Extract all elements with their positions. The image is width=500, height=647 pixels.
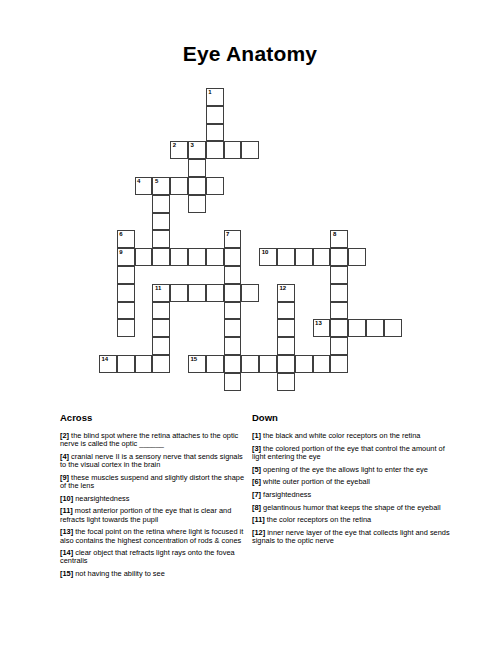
grid-cell[interactable]: 3 xyxy=(188,141,206,159)
grid-cell[interactable] xyxy=(277,319,295,337)
grid-cell[interactable] xyxy=(295,355,313,373)
clue-item: [13] the focal point on the retina where… xyxy=(60,528,248,544)
grid-cell[interactable] xyxy=(348,319,366,337)
crossword-grid: 123456789101112131415 xyxy=(99,88,404,393)
grid-cell[interactable]: 2 xyxy=(170,141,188,159)
grid-cell[interactable] xyxy=(330,248,348,266)
grid-cell[interactable] xyxy=(330,284,348,302)
grid-cell[interactable] xyxy=(224,337,242,355)
grid-cell[interactable] xyxy=(170,248,188,266)
grid-cell[interactable] xyxy=(152,302,170,320)
grid-cell[interactable] xyxy=(241,284,259,302)
grid-cell[interactable] xyxy=(152,248,170,266)
down-clues-section: Down [1] the black and white color recep… xyxy=(252,412,451,550)
clue-number: [10] xyxy=(60,494,75,503)
clue-number: [5] xyxy=(252,465,263,474)
crossword-page: Eye Anatomy 123456789101112131415 Across… xyxy=(0,0,500,647)
grid-cell[interactable] xyxy=(330,355,348,373)
clue-number: [8] xyxy=(252,503,263,512)
cell-number: 12 xyxy=(280,285,287,292)
grid-cell[interactable]: 6 xyxy=(117,230,135,248)
cell-number: 1 xyxy=(208,89,211,96)
grid-cell[interactable] xyxy=(188,195,206,213)
clue-item: [10] nearsightedness xyxy=(60,495,248,503)
grid-cell[interactable] xyxy=(188,248,206,266)
grid-cell[interactable] xyxy=(152,230,170,248)
across-clues-section: Across [2] the blind spot where the reti… xyxy=(60,412,248,583)
cell-number: 5 xyxy=(155,178,158,185)
cell-number: 2 xyxy=(173,142,176,149)
grid-cell[interactable]: 11 xyxy=(152,284,170,302)
clue-item: [4] cranial nerve II is a sensory nerve … xyxy=(60,453,248,469)
across-header: Across xyxy=(60,412,248,423)
grid-cell[interactable] xyxy=(206,284,224,302)
grid-cell[interactable] xyxy=(206,106,224,124)
cell-number: 8 xyxy=(333,231,336,238)
clue-item: [3] the colored portion of the eye that … xyxy=(252,445,451,461)
grid-cell[interactable] xyxy=(313,355,331,373)
puzzle-title: Eye Anatomy xyxy=(0,42,500,66)
grid-cell[interactable] xyxy=(259,355,277,373)
grid-cell[interactable] xyxy=(170,177,188,195)
grid-cell[interactable] xyxy=(170,284,188,302)
grid-cell[interactable] xyxy=(384,319,402,337)
grid-cell[interactable]: 14 xyxy=(99,355,117,373)
grid-cell[interactable] xyxy=(277,337,295,355)
grid-cell[interactable] xyxy=(117,266,135,284)
cell-number: 3 xyxy=(191,142,194,149)
clue-item: [1] the black and white color receptors … xyxy=(252,432,451,440)
clue-item: [11] most anterior portion of the eye th… xyxy=(60,507,248,523)
grid-cell[interactable] xyxy=(313,248,331,266)
grid-cell[interactable] xyxy=(188,159,206,177)
grid-cell[interactable] xyxy=(224,319,242,337)
grid-cell[interactable] xyxy=(188,177,206,195)
clue-number: [1] xyxy=(252,431,263,440)
grid-cell[interactable] xyxy=(117,319,135,337)
grid-cell[interactable]: 7 xyxy=(224,230,242,248)
grid-cell[interactable] xyxy=(277,302,295,320)
grid-cell[interactable] xyxy=(241,355,259,373)
grid-cell[interactable] xyxy=(241,141,259,159)
grid-cell[interactable] xyxy=(224,284,242,302)
grid-cell[interactable]: 10 xyxy=(259,248,277,266)
clue-number: [7] xyxy=(252,490,263,499)
clue-number: [11] xyxy=(60,506,75,515)
cell-number: 11 xyxy=(155,285,161,292)
grid-cell[interactable]: 8 xyxy=(330,230,348,248)
clue-item: [15] not having the ability to see xyxy=(60,570,248,578)
grid-cell[interactable] xyxy=(330,319,348,337)
grid-cell[interactable]: 5 xyxy=(152,177,170,195)
grid-cell[interactable] xyxy=(295,248,313,266)
cell-number: 13 xyxy=(315,320,322,327)
cell-number: 4 xyxy=(137,178,140,185)
clue-number: [2] xyxy=(60,431,71,440)
clue-number: [6] xyxy=(252,477,263,486)
grid-cell[interactable] xyxy=(206,248,224,266)
clue-item: [9] these muscles suspend and slightly d… xyxy=(60,474,248,490)
grid-cell[interactable] xyxy=(117,355,135,373)
grid-cell[interactable] xyxy=(206,141,224,159)
grid-cell[interactable]: 1 xyxy=(206,88,224,106)
grid-cell[interactable] xyxy=(224,141,242,159)
cell-number: 9 xyxy=(119,249,122,256)
grid-cell[interactable] xyxy=(348,248,366,266)
down-clue-list: [1] the black and white color receptors … xyxy=(252,432,451,546)
clue-number: [14] xyxy=(60,548,75,557)
clue-number: [11] xyxy=(252,515,267,524)
clue-number: [4] xyxy=(60,452,71,461)
grid-cell[interactable] xyxy=(330,302,348,320)
grid-cell[interactable] xyxy=(277,355,295,373)
grid-cell[interactable]: 15 xyxy=(188,355,206,373)
grid-cell[interactable] xyxy=(135,248,153,266)
grid-cell[interactable] xyxy=(224,266,242,284)
grid-cell[interactable] xyxy=(224,248,242,266)
grid-cell[interactable] xyxy=(152,319,170,337)
grid-cell[interactable] xyxy=(224,373,242,391)
clue-item: [2] the blind spot where the retina atta… xyxy=(60,432,248,448)
grid-cell[interactable] xyxy=(117,302,135,320)
grid-cell[interactable] xyxy=(152,213,170,231)
cell-number: 7 xyxy=(226,231,229,238)
clue-item: [7] farsightedness xyxy=(252,491,451,499)
grid-cell[interactable] xyxy=(224,355,242,373)
grid-cell[interactable] xyxy=(117,284,135,302)
cell-number: 15 xyxy=(191,356,198,363)
grid-cell[interactable] xyxy=(188,284,206,302)
grid-cell[interactable] xyxy=(152,195,170,213)
grid-cell[interactable] xyxy=(135,355,153,373)
clue-number: [3] xyxy=(252,444,263,453)
grid-cell[interactable]: 13 xyxy=(313,319,331,337)
grid-cell[interactable] xyxy=(206,124,224,142)
clue-item: [5] opening of the eye the allows light … xyxy=(252,466,451,474)
grid-cell[interactable]: 9 xyxy=(117,248,135,266)
grid-cell[interactable] xyxy=(330,266,348,284)
clue-number: [12] xyxy=(252,528,267,537)
cell-number: 14 xyxy=(102,356,109,363)
clue-item: [8] gelantinous humor that keeps the sha… xyxy=(252,504,451,512)
cell-number: 6 xyxy=(119,231,122,238)
clue-item: [12] inner nerve layer of the eye that c… xyxy=(252,529,451,545)
grid-cell[interactable] xyxy=(277,248,295,266)
grid-cell[interactable] xyxy=(206,355,224,373)
grid-cell[interactable] xyxy=(206,177,224,195)
cell-number: 10 xyxy=(262,249,269,256)
grid-cell[interactable] xyxy=(277,373,295,391)
clue-number: [13] xyxy=(60,527,75,536)
grid-cell[interactable]: 12 xyxy=(277,284,295,302)
clue-item: [14] clear object that refracts light ra… xyxy=(60,549,248,565)
grid-cell[interactable] xyxy=(152,355,170,373)
clue-item: [6] white outer portion of the eyeball xyxy=(252,478,451,486)
grid-cell[interactable]: 4 xyxy=(135,177,153,195)
grid-cell[interactable] xyxy=(330,337,348,355)
clue-number: [15] xyxy=(60,569,75,578)
grid-cell[interactable] xyxy=(152,337,170,355)
grid-cell[interactable] xyxy=(366,319,384,337)
down-header: Down xyxy=(252,412,451,423)
clue-item: [11] the color receptors on the retina xyxy=(252,516,451,524)
across-clue-list: [2] the blind spot where the retina atta… xyxy=(60,432,248,578)
grid-cell[interactable] xyxy=(224,302,242,320)
clue-number: [9] xyxy=(60,473,71,482)
